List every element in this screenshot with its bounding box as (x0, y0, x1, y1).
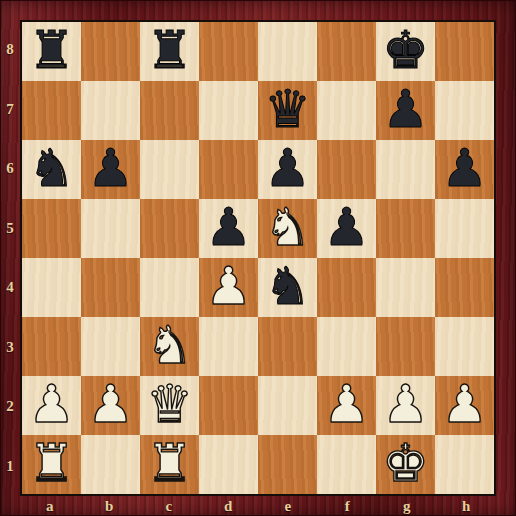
square-e2[interactable] (258, 376, 317, 435)
file-label-e: e (258, 496, 318, 516)
file-label-b: b (80, 496, 140, 516)
square-b8[interactable] (81, 22, 140, 81)
file-label-h: h (437, 496, 497, 516)
piece-black-knight[interactable]: ♞ (264, 260, 311, 312)
piece-white-pawn[interactable]: ♟ (441, 378, 488, 430)
square-c7[interactable] (140, 81, 199, 140)
piece-black-knight[interactable]: ♞ (28, 142, 75, 194)
board-frame: 8 7 6 5 4 3 2 1 ♜♜♚♛♟♞♟♟♟♟♞♟♟♞♞♟♟♛♟♟♟♜♜♚… (0, 0, 516, 516)
square-c6[interactable] (140, 140, 199, 199)
square-f6[interactable] (317, 140, 376, 199)
square-a2[interactable]: ♟ (22, 376, 81, 435)
square-a6[interactable]: ♞ (22, 140, 81, 199)
square-e6[interactable]: ♟ (258, 140, 317, 199)
square-f5[interactable]: ♟ (317, 199, 376, 258)
square-h2[interactable]: ♟ (435, 376, 494, 435)
square-f1[interactable] (317, 435, 376, 494)
square-g3[interactable] (376, 317, 435, 376)
rank-label-4: 4 (0, 258, 20, 318)
piece-white-queen[interactable]: ♛ (146, 378, 193, 430)
square-d1[interactable] (199, 435, 258, 494)
square-f3[interactable] (317, 317, 376, 376)
square-c8[interactable]: ♜ (140, 22, 199, 81)
square-h1[interactable] (435, 435, 494, 494)
square-g6[interactable] (376, 140, 435, 199)
piece-black-rook[interactable]: ♜ (146, 24, 193, 76)
square-b6[interactable]: ♟ (81, 140, 140, 199)
square-d3[interactable] (199, 317, 258, 376)
file-label-c: c (139, 496, 199, 516)
square-b4[interactable] (81, 258, 140, 317)
rank-label-1: 1 (0, 437, 20, 497)
file-label-f: f (318, 496, 378, 516)
square-d8[interactable] (199, 22, 258, 81)
square-e5[interactable]: ♞ (258, 199, 317, 258)
rank-label-8: 8 (0, 20, 20, 80)
square-h8[interactable] (435, 22, 494, 81)
square-e3[interactable] (258, 317, 317, 376)
square-a1[interactable]: ♜ (22, 435, 81, 494)
square-h5[interactable] (435, 199, 494, 258)
square-g8[interactable]: ♚ (376, 22, 435, 81)
piece-white-knight[interactable]: ♞ (264, 201, 311, 253)
piece-white-pawn[interactable]: ♟ (382, 378, 429, 430)
piece-black-king[interactable]: ♚ (382, 24, 429, 76)
file-label-g: g (377, 496, 437, 516)
square-h7[interactable] (435, 81, 494, 140)
square-h4[interactable] (435, 258, 494, 317)
piece-white-rook[interactable]: ♜ (146, 437, 193, 489)
square-c3[interactable]: ♞ (140, 317, 199, 376)
square-b7[interactable] (81, 81, 140, 140)
rank-label-6: 6 (0, 139, 20, 199)
square-b5[interactable] (81, 199, 140, 258)
piece-black-pawn[interactable]: ♟ (382, 83, 429, 135)
square-f8[interactable] (317, 22, 376, 81)
file-labels: a b c d e f g h (20, 496, 496, 516)
piece-black-pawn[interactable]: ♟ (323, 201, 370, 253)
square-g2[interactable]: ♟ (376, 376, 435, 435)
square-b3[interactable] (81, 317, 140, 376)
square-d7[interactable] (199, 81, 258, 140)
rank-label-5: 5 (0, 199, 20, 259)
square-d6[interactable] (199, 140, 258, 199)
piece-black-queen[interactable]: ♛ (264, 83, 311, 135)
square-b2[interactable]: ♟ (81, 376, 140, 435)
piece-black-pawn[interactable]: ♟ (205, 201, 252, 253)
square-c5[interactable] (140, 199, 199, 258)
piece-white-pawn[interactable]: ♟ (87, 378, 134, 430)
square-a7[interactable] (22, 81, 81, 140)
file-label-d: d (199, 496, 259, 516)
square-h3[interactable] (435, 317, 494, 376)
piece-white-pawn[interactable]: ♟ (28, 378, 75, 430)
square-d2[interactable] (199, 376, 258, 435)
rank-labels: 8 7 6 5 4 3 2 1 (0, 20, 20, 496)
square-e4[interactable]: ♞ (258, 258, 317, 317)
square-a5[interactable] (22, 199, 81, 258)
rank-label-3: 3 (0, 318, 20, 378)
piece-white-knight[interactable]: ♞ (146, 319, 193, 371)
rank-label-7: 7 (0, 80, 20, 140)
square-f4[interactable] (317, 258, 376, 317)
square-f7[interactable] (317, 81, 376, 140)
square-h6[interactable]: ♟ (435, 140, 494, 199)
piece-white-king[interactable]: ♚ (382, 437, 429, 489)
piece-white-pawn[interactable]: ♟ (205, 260, 252, 312)
square-a8[interactable]: ♜ (22, 22, 81, 81)
piece-black-pawn[interactable]: ♟ (264, 142, 311, 194)
piece-black-pawn[interactable]: ♟ (441, 142, 488, 194)
piece-white-pawn[interactable]: ♟ (323, 378, 370, 430)
square-c1[interactable]: ♜ (140, 435, 199, 494)
piece-black-rook[interactable]: ♜ (28, 24, 75, 76)
rank-label-2: 2 (0, 377, 20, 437)
square-d4[interactable]: ♟ (199, 258, 258, 317)
chess-board: ♜♜♚♛♟♞♟♟♟♟♞♟♟♞♞♟♟♛♟♟♟♜♜♚ (20, 20, 496, 496)
square-e1[interactable] (258, 435, 317, 494)
file-label-a: a (20, 496, 80, 516)
square-c4[interactable] (140, 258, 199, 317)
square-g5[interactable] (376, 199, 435, 258)
piece-white-rook[interactable]: ♜ (28, 437, 75, 489)
square-a4[interactable] (22, 258, 81, 317)
square-a3[interactable] (22, 317, 81, 376)
square-f2[interactable]: ♟ (317, 376, 376, 435)
square-c2[interactable]: ♛ (140, 376, 199, 435)
square-e7[interactable]: ♛ (258, 81, 317, 140)
square-b1[interactable] (81, 435, 140, 494)
square-g4[interactable] (376, 258, 435, 317)
piece-black-pawn[interactable]: ♟ (87, 142, 134, 194)
square-d5[interactable]: ♟ (199, 199, 258, 258)
square-e8[interactable] (258, 22, 317, 81)
square-g7[interactable]: ♟ (376, 81, 435, 140)
square-g1[interactable]: ♚ (376, 435, 435, 494)
